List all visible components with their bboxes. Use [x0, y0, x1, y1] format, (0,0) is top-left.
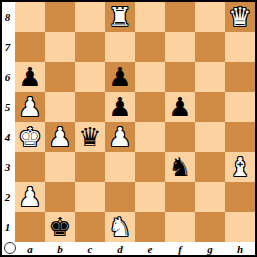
file-label-h: h	[225, 242, 255, 255]
square-a1[interactable]	[15, 212, 45, 242]
square-h5[interactable]	[225, 92, 255, 122]
square-a2[interactable]: ♟	[15, 182, 45, 212]
square-c8[interactable]	[75, 2, 105, 32]
square-b6[interactable]	[45, 62, 75, 92]
square-c1[interactable]	[75, 212, 105, 242]
square-h8[interactable]: ♛	[225, 2, 255, 32]
square-a7[interactable]	[15, 32, 45, 62]
square-a3[interactable]	[15, 152, 45, 182]
square-h4[interactable]	[225, 122, 255, 152]
square-a5[interactable]: ♟	[15, 92, 45, 122]
piece-black-pawn[interactable]: ♟	[108, 92, 131, 122]
piece-white-bishop[interactable]: ♝	[228, 152, 251, 182]
file-label-c: c	[75, 242, 105, 255]
square-e1[interactable]	[135, 212, 165, 242]
square-h2[interactable]	[225, 182, 255, 212]
chess-diagram: ♜♛♟♟♟♟♟♚♟♛♟♞♝♟♚♞ 87654321 abcdefgh	[0, 0, 257, 257]
square-g8[interactable]	[195, 2, 225, 32]
square-g2[interactable]	[195, 182, 225, 212]
piece-white-pawn[interactable]: ♟	[48, 122, 71, 152]
piece-white-rook[interactable]: ♜	[108, 2, 131, 32]
piece-black-pawn[interactable]: ♟	[168, 92, 191, 122]
piece-black-pawn[interactable]: ♟	[18, 62, 41, 92]
piece-white-pawn[interactable]: ♟	[108, 122, 131, 152]
rank-label-2: 2	[2, 182, 13, 212]
square-d7[interactable]	[105, 32, 135, 62]
piece-white-pawn[interactable]: ♟	[18, 182, 41, 212]
square-f4[interactable]	[165, 122, 195, 152]
square-f5[interactable]: ♟	[165, 92, 195, 122]
square-a8[interactable]	[15, 2, 45, 32]
rank-label-6: 6	[2, 62, 13, 92]
rank-label-4: 4	[2, 122, 13, 152]
square-d2[interactable]	[105, 182, 135, 212]
square-g1[interactable]	[195, 212, 225, 242]
square-b7[interactable]	[45, 32, 75, 62]
rank-label-8: 8	[2, 2, 13, 32]
piece-black-pawn[interactable]: ♟	[108, 62, 131, 92]
piece-white-king[interactable]: ♚	[18, 122, 41, 152]
square-h6[interactable]	[225, 62, 255, 92]
square-d6[interactable]: ♟	[105, 62, 135, 92]
square-d4[interactable]: ♟	[105, 122, 135, 152]
square-b8[interactable]	[45, 2, 75, 32]
square-b3[interactable]	[45, 152, 75, 182]
square-h1[interactable]	[225, 212, 255, 242]
square-h3[interactable]: ♝	[225, 152, 255, 182]
square-c4[interactable]: ♛	[75, 122, 105, 152]
square-e8[interactable]	[135, 2, 165, 32]
square-d3[interactable]	[105, 152, 135, 182]
square-g5[interactable]	[195, 92, 225, 122]
rank-label-7: 7	[2, 32, 13, 62]
square-f8[interactable]	[165, 2, 195, 32]
square-g3[interactable]	[195, 152, 225, 182]
square-c5[interactable]	[75, 92, 105, 122]
square-e4[interactable]	[135, 122, 165, 152]
white-to-move-indicator	[4, 242, 16, 254]
square-a4[interactable]: ♚	[15, 122, 45, 152]
square-e7[interactable]	[135, 32, 165, 62]
square-f2[interactable]	[165, 182, 195, 212]
piece-white-queen[interactable]: ♛	[228, 2, 251, 32]
square-a6[interactable]: ♟	[15, 62, 45, 92]
square-e3[interactable]	[135, 152, 165, 182]
square-d1[interactable]: ♞	[105, 212, 135, 242]
square-f1[interactable]	[165, 212, 195, 242]
file-label-f: f	[165, 242, 195, 255]
file-label-e: e	[135, 242, 165, 255]
square-c2[interactable]	[75, 182, 105, 212]
piece-black-queen[interactable]: ♛	[78, 122, 101, 152]
rank-label-1: 1	[2, 212, 13, 242]
file-label-d: d	[105, 242, 135, 255]
square-b4[interactable]: ♟	[45, 122, 75, 152]
square-d8[interactable]: ♜	[105, 2, 135, 32]
square-d5[interactable]: ♟	[105, 92, 135, 122]
piece-white-knight[interactable]: ♞	[108, 212, 131, 242]
rank-label-3: 3	[2, 152, 13, 182]
square-e5[interactable]	[135, 92, 165, 122]
square-e6[interactable]	[135, 62, 165, 92]
square-f3[interactable]: ♞	[165, 152, 195, 182]
file-label-b: b	[45, 242, 75, 255]
square-c6[interactable]	[75, 62, 105, 92]
square-e2[interactable]	[135, 182, 165, 212]
square-b2[interactable]	[45, 182, 75, 212]
square-g6[interactable]	[195, 62, 225, 92]
piece-white-pawn[interactable]: ♟	[18, 92, 41, 122]
square-g4[interactable]	[195, 122, 225, 152]
square-g7[interactable]	[195, 32, 225, 62]
file-label-g: g	[195, 242, 225, 255]
rank-label-5: 5	[2, 92, 13, 122]
square-f7[interactable]	[165, 32, 195, 62]
square-c7[interactable]	[75, 32, 105, 62]
square-c3[interactable]	[75, 152, 105, 182]
square-b1[interactable]: ♚	[45, 212, 75, 242]
file-label-a: a	[15, 242, 45, 255]
square-h7[interactable]	[225, 32, 255, 62]
chess-board: ♜♛♟♟♟♟♟♚♟♛♟♞♝♟♚♞	[15, 2, 255, 242]
square-b5[interactable]	[45, 92, 75, 122]
piece-black-knight[interactable]: ♞	[168, 152, 191, 182]
square-f6[interactable]	[165, 62, 195, 92]
piece-black-king[interactable]: ♚	[48, 212, 71, 242]
